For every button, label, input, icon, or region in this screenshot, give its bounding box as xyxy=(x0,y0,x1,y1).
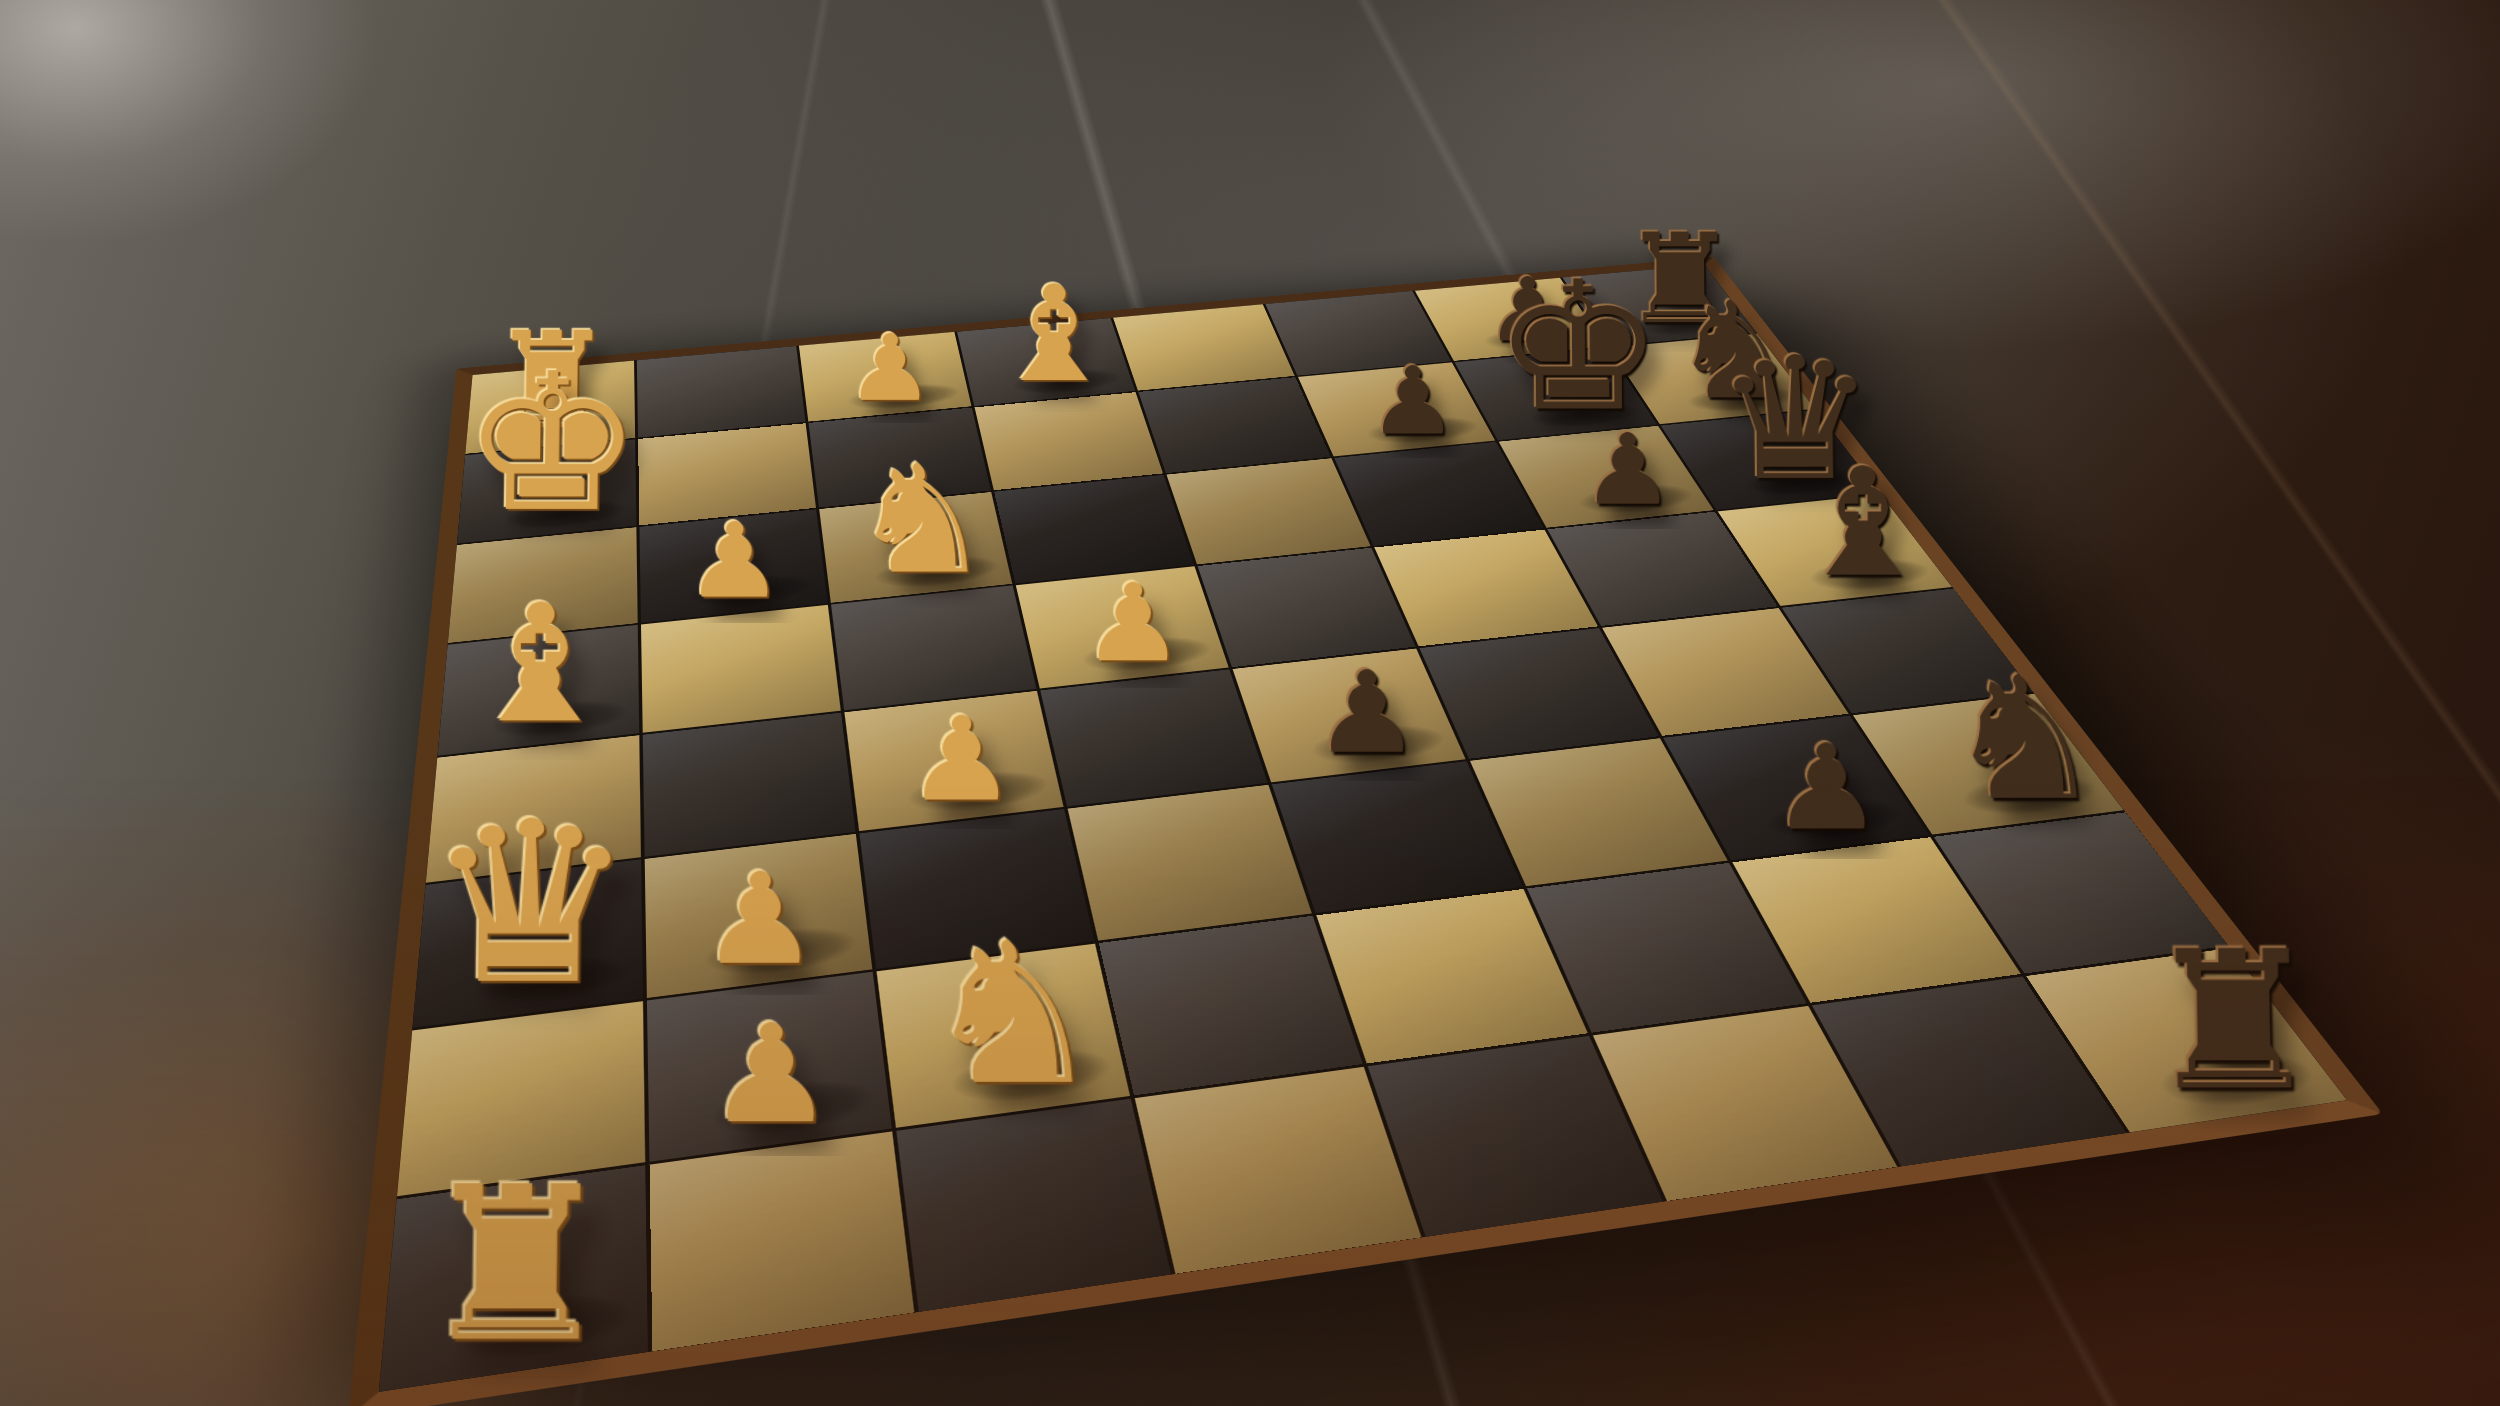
square-a5[interactable] xyxy=(1367,1036,1663,1237)
square-c1[interactable]: ♛ xyxy=(412,859,643,1028)
square-g6[interactable]: ♟ xyxy=(1298,363,1495,457)
black-pawn-g6[interactable]: ♟ xyxy=(1330,359,1497,445)
black-king-g7[interactable]: ♚ xyxy=(1493,265,1658,429)
square-f3[interactable]: ♞ xyxy=(819,492,1013,603)
square-d3[interactable]: ♟ xyxy=(844,690,1064,831)
square-c2[interactable]: ♟ xyxy=(645,834,872,998)
square-f2[interactable]: ♟ xyxy=(640,509,828,623)
white-rook-a1[interactable]: ♜ xyxy=(384,1167,648,1363)
white-pawn-c2[interactable]: ♟ xyxy=(649,862,872,978)
square-f5[interactable] xyxy=(1166,458,1371,564)
square-a2[interactable] xyxy=(650,1131,914,1351)
square-b2[interactable]: ♟ xyxy=(647,972,891,1161)
square-h5[interactable] xyxy=(1113,304,1295,391)
square-d4[interactable] xyxy=(1040,669,1267,806)
square-e4[interactable]: ♟ xyxy=(1016,566,1228,688)
black-rook-a8[interactable]: ♜ xyxy=(2114,934,2352,1110)
white-bishop-h4[interactable]: ♝ xyxy=(973,274,1134,396)
white-bishop-e1[interactable]: ♝ xyxy=(441,590,640,740)
white-pawn-b2[interactable]: ♟ xyxy=(652,1013,891,1138)
chess-board-grid: ♜♟♝♟♜♚♟♚♞♟♞♟♛♝♟♝♟♟♛♟♟♞♟♞♜♜ xyxy=(379,265,2347,1392)
square-h3[interactable]: ♟ xyxy=(799,332,972,422)
white-king-g1[interactable]: ♚ xyxy=(460,356,637,531)
square-d2[interactable] xyxy=(643,712,855,856)
white-knight-b3[interactable]: ♞ xyxy=(895,925,1130,1105)
square-e2[interactable] xyxy=(641,605,840,732)
square-a3[interactable] xyxy=(896,1098,1171,1311)
square-b3[interactable]: ♞ xyxy=(876,944,1130,1128)
white-pawn-h3[interactable]: ♟ xyxy=(808,327,971,411)
chess-board: ♜♟♝♟♜♚♟♚♞♟♞♟♛♝♟♝♟♟♛♟♟♞♟♞♜♜ xyxy=(348,257,2383,1406)
square-e7[interactable] xyxy=(1548,512,1777,626)
square-g1[interactable]: ♚ xyxy=(457,439,637,543)
black-bishop-e8[interactable]: ♝ xyxy=(1771,454,1954,592)
square-h4[interactable]: ♝ xyxy=(957,318,1135,406)
square-a4[interactable] xyxy=(1135,1067,1421,1274)
square-h2[interactable] xyxy=(637,346,805,438)
square-e1[interactable]: ♝ xyxy=(438,625,640,755)
white-pawn-f2[interactable]: ♟ xyxy=(643,514,827,609)
white-queen-c1[interactable]: ♛ xyxy=(416,802,643,1008)
steel-table-surface: Modernist brass chess set on weathered s… xyxy=(0,0,2500,1406)
white-knight-f3[interactable]: ♞ xyxy=(831,452,1013,590)
black-pawn-f7[interactable]: ♟ xyxy=(1541,425,1715,515)
white-pawn-e4[interactable]: ♟ xyxy=(1038,574,1228,673)
black-pawn-d5[interactable]: ♟ xyxy=(1267,662,1467,766)
square-b4[interactable] xyxy=(1099,916,1362,1095)
white-pawn-d3[interactable]: ♟ xyxy=(859,707,1064,814)
square-a1[interactable]: ♜ xyxy=(379,1165,648,1392)
black-knight-c8[interactable]: ♞ xyxy=(1920,661,2127,817)
black-pawn-c7[interactable]: ♟ xyxy=(1723,734,1932,842)
square-g5[interactable] xyxy=(1138,377,1331,473)
square-d5[interactable]: ♟ xyxy=(1232,648,1466,782)
